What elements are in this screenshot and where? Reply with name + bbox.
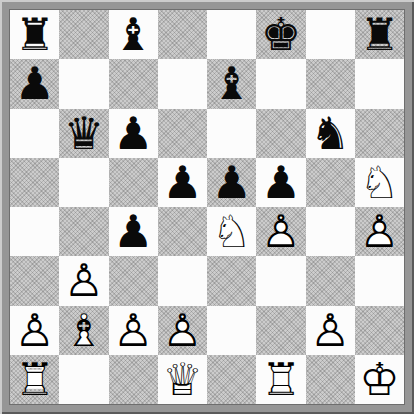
chess-board-frame: ♜♝♚♜♟♝♛♟♞♟♟♟♞♘♟♞♘♟♙♟♙♟♙♟♙♝♗♟♙♟♙♟♙♜♖♛♕♜♖♚… <box>0 0 414 414</box>
piece-black-bishop: ♝ <box>207 59 256 108</box>
square-d2[interactable]: ♟♙ <box>158 306 207 355</box>
chess-board: ♜♝♚♜♟♝♛♟♞♟♟♟♞♘♟♞♘♟♙♟♙♟♙♟♙♝♗♟♙♟♙♟♙♜♖♛♕♜♖♚… <box>9 9 405 405</box>
white-piece-outline: ♗ <box>64 308 104 353</box>
black-piece-glyph: ♜ <box>14 12 54 57</box>
square-e2[interactable] <box>207 306 256 355</box>
square-a4[interactable] <box>10 207 59 256</box>
piece-white-queen: ♛♕ <box>158 355 207 404</box>
square-c6[interactable]: ♟ <box>109 109 158 158</box>
piece-black-rook: ♜ <box>355 10 404 59</box>
square-d4[interactable] <box>158 207 207 256</box>
piece-white-knight: ♞♘ <box>207 207 256 256</box>
piece-black-king: ♚ <box>256 10 305 59</box>
square-c4[interactable]: ♟ <box>109 207 158 256</box>
square-e1[interactable] <box>207 355 256 404</box>
piece-white-pawn: ♟♙ <box>256 207 305 256</box>
square-a2[interactable]: ♟♙ <box>10 306 59 355</box>
white-piece-outline: ♙ <box>64 258 104 303</box>
square-d8[interactable] <box>158 10 207 59</box>
square-b2[interactable]: ♝♗ <box>59 306 108 355</box>
piece-white-pawn: ♟♙ <box>109 306 158 355</box>
square-a3[interactable] <box>10 256 59 305</box>
square-f2[interactable] <box>256 306 305 355</box>
black-piece-glyph: ♟ <box>211 160 251 205</box>
piece-black-pawn: ♟ <box>256 158 305 207</box>
piece-white-rook: ♜♖ <box>256 355 305 404</box>
black-piece-glyph: ♟ <box>261 160 301 205</box>
black-piece-glyph: ♟ <box>113 111 153 156</box>
square-g2[interactable]: ♟♙ <box>306 306 355 355</box>
square-g3[interactable] <box>306 256 355 305</box>
piece-black-pawn: ♟ <box>158 158 207 207</box>
square-c8[interactable]: ♝ <box>109 10 158 59</box>
square-c5[interactable] <box>109 158 158 207</box>
square-h4[interactable]: ♟♙ <box>355 207 404 256</box>
square-c2[interactable]: ♟♙ <box>109 306 158 355</box>
square-f8[interactable]: ♚ <box>256 10 305 59</box>
square-h3[interactable] <box>355 256 404 305</box>
square-c1[interactable] <box>109 355 158 404</box>
square-f5[interactable]: ♟ <box>256 158 305 207</box>
piece-black-pawn: ♟ <box>10 59 59 108</box>
square-f3[interactable] <box>256 256 305 305</box>
square-b4[interactable] <box>59 207 108 256</box>
square-a8[interactable]: ♜ <box>10 10 59 59</box>
piece-white-rook: ♜♖ <box>10 355 59 404</box>
square-e5[interactable]: ♟ <box>207 158 256 207</box>
square-b7[interactable] <box>59 59 108 108</box>
square-e8[interactable] <box>207 10 256 59</box>
piece-white-pawn: ♟♙ <box>306 306 355 355</box>
square-a5[interactable] <box>10 158 59 207</box>
square-h7[interactable] <box>355 59 404 108</box>
black-piece-glyph: ♝ <box>113 12 153 57</box>
square-h8[interactable]: ♜ <box>355 10 404 59</box>
square-a7[interactable]: ♟ <box>10 59 59 108</box>
piece-black-rook: ♜ <box>10 10 59 59</box>
black-piece-glyph: ♟ <box>14 61 54 106</box>
white-piece-outline: ♙ <box>261 209 301 254</box>
piece-white-knight: ♞♘ <box>355 158 404 207</box>
square-c3[interactable] <box>109 256 158 305</box>
square-g5[interactable] <box>306 158 355 207</box>
piece-black-knight: ♞ <box>306 109 355 158</box>
piece-white-pawn: ♟♙ <box>158 306 207 355</box>
white-piece-outline: ♙ <box>310 308 350 353</box>
white-piece-outline: ♖ <box>261 357 301 402</box>
black-piece-glyph: ♞ <box>310 111 350 156</box>
square-c7[interactable] <box>109 59 158 108</box>
square-d1[interactable]: ♛♕ <box>158 355 207 404</box>
square-b8[interactable] <box>59 10 108 59</box>
black-piece-glyph: ♚ <box>261 12 301 57</box>
white-piece-outline: ♔ <box>359 357 399 402</box>
square-h2[interactable] <box>355 306 404 355</box>
white-piece-outline: ♘ <box>211 209 251 254</box>
white-piece-outline: ♙ <box>162 308 202 353</box>
square-b5[interactable] <box>59 158 108 207</box>
square-b6[interactable]: ♛ <box>59 109 108 158</box>
white-piece-outline: ♕ <box>162 357 202 402</box>
square-g8[interactable] <box>306 10 355 59</box>
black-piece-glyph: ♟ <box>113 209 153 254</box>
piece-black-queen: ♛ <box>59 109 108 158</box>
piece-white-king: ♚♔ <box>355 355 404 404</box>
square-a1[interactable]: ♜♖ <box>10 355 59 404</box>
white-piece-outline: ♙ <box>113 308 153 353</box>
square-b1[interactable] <box>59 355 108 404</box>
black-piece-glyph: ♛ <box>64 111 104 156</box>
square-g6[interactable]: ♞ <box>306 109 355 158</box>
square-f1[interactable]: ♜♖ <box>256 355 305 404</box>
square-f4[interactable]: ♟♙ <box>256 207 305 256</box>
square-b3[interactable]: ♟♙ <box>59 256 108 305</box>
square-g4[interactable] <box>306 207 355 256</box>
square-d5[interactable]: ♟ <box>158 158 207 207</box>
square-a6[interactable] <box>10 109 59 158</box>
piece-white-pawn: ♟♙ <box>355 207 404 256</box>
piece-black-pawn: ♟ <box>109 109 158 158</box>
square-d3[interactable] <box>158 256 207 305</box>
square-e7[interactable]: ♝ <box>207 59 256 108</box>
square-d7[interactable] <box>158 59 207 108</box>
piece-white-pawn: ♟♙ <box>10 306 59 355</box>
piece-black-pawn: ♟ <box>109 207 158 256</box>
square-g1[interactable] <box>306 355 355 404</box>
square-f7[interactable] <box>256 59 305 108</box>
square-h6[interactable] <box>355 109 404 158</box>
square-g7[interactable] <box>306 59 355 108</box>
square-e4[interactable]: ♞♘ <box>207 207 256 256</box>
piece-black-bishop: ♝ <box>109 10 158 59</box>
square-d6[interactable] <box>158 109 207 158</box>
white-piece-outline: ♙ <box>14 308 54 353</box>
square-f6[interactable] <box>256 109 305 158</box>
white-piece-outline: ♘ <box>359 160 399 205</box>
piece-black-pawn: ♟ <box>207 158 256 207</box>
piece-white-pawn: ♟♙ <box>59 256 108 305</box>
white-piece-outline: ♙ <box>359 209 399 254</box>
black-piece-glyph: ♜ <box>359 12 399 57</box>
square-h5[interactable]: ♞♘ <box>355 158 404 207</box>
piece-white-bishop: ♝♗ <box>59 306 108 355</box>
square-h1[interactable]: ♚♔ <box>355 355 404 404</box>
white-piece-outline: ♖ <box>14 357 54 402</box>
black-piece-glyph: ♟ <box>162 160 202 205</box>
square-e6[interactable] <box>207 109 256 158</box>
black-piece-glyph: ♝ <box>211 61 251 106</box>
square-e3[interactable] <box>207 256 256 305</box>
